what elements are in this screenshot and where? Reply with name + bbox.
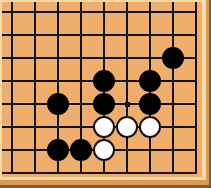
black-stone[interactable] <box>70 139 92 161</box>
white-stone[interactable] <box>93 116 115 138</box>
white-stone[interactable] <box>139 116 161 138</box>
board-grid <box>1 1 208 185</box>
star-point-marker <box>125 102 130 107</box>
black-stone[interactable] <box>93 70 115 92</box>
white-stone[interactable] <box>93 139 115 161</box>
black-stone[interactable] <box>47 93 69 115</box>
go-board-diagram <box>0 0 211 188</box>
black-stone[interactable] <box>139 70 161 92</box>
white-stone[interactable] <box>116 116 138 138</box>
black-stone[interactable] <box>162 47 184 69</box>
black-stone[interactable] <box>47 139 69 161</box>
black-stone[interactable] <box>139 93 161 115</box>
black-stone[interactable] <box>93 93 115 115</box>
